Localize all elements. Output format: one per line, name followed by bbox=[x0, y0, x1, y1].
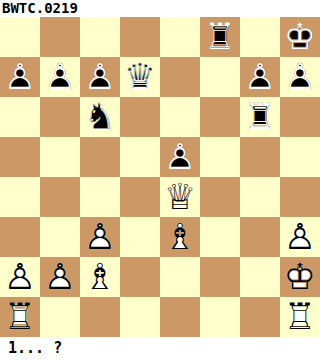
square-e4[interactable]: ♛♕ bbox=[160, 177, 200, 217]
square-e8[interactable] bbox=[160, 17, 200, 57]
square-f6[interactable] bbox=[200, 97, 240, 137]
pawn-glyph-outline: ♙ bbox=[240, 57, 280, 97]
square-f3[interactable] bbox=[200, 217, 240, 257]
square-d8[interactable] bbox=[120, 17, 160, 57]
square-h1[interactable]: ♜♖ bbox=[280, 297, 320, 337]
square-h3[interactable]: ♟♙ bbox=[280, 217, 320, 257]
square-g8[interactable] bbox=[240, 17, 280, 57]
square-c8[interactable] bbox=[80, 17, 120, 57]
square-b7[interactable]: ♟♙ bbox=[40, 57, 80, 97]
piece-white-pawn: ♟♙ bbox=[0, 257, 40, 297]
square-d4[interactable] bbox=[120, 177, 160, 217]
square-b8[interactable] bbox=[40, 17, 80, 57]
square-b5[interactable] bbox=[40, 137, 80, 177]
piece-white-pawn: ♟♙ bbox=[40, 257, 80, 297]
piece-black-queen: ♛♕ bbox=[120, 57, 160, 97]
square-f2[interactable] bbox=[200, 257, 240, 297]
pawn-glyph-outline: ♙ bbox=[0, 257, 40, 297]
piece-white-pawn: ♟♙ bbox=[80, 217, 120, 257]
square-e1[interactable] bbox=[160, 297, 200, 337]
piece-white-king: ♚♔ bbox=[280, 257, 320, 297]
pawn-glyph-outline: ♙ bbox=[40, 257, 80, 297]
square-e7[interactable] bbox=[160, 57, 200, 97]
pawn-glyph-outline: ♙ bbox=[280, 57, 320, 97]
square-f7[interactable] bbox=[200, 57, 240, 97]
square-e5[interactable]: ♟♙ bbox=[160, 137, 200, 177]
square-a8[interactable] bbox=[0, 17, 40, 57]
square-d6[interactable] bbox=[120, 97, 160, 137]
square-a5[interactable] bbox=[0, 137, 40, 177]
square-d7[interactable]: ♛♕ bbox=[120, 57, 160, 97]
bishop-glyph-outline: ♗ bbox=[80, 257, 120, 297]
square-c1[interactable] bbox=[80, 297, 120, 337]
piece-white-pawn: ♟♙ bbox=[280, 217, 320, 257]
piece-black-pawn: ♟♙ bbox=[0, 57, 40, 97]
square-c7[interactable]: ♟♙ bbox=[80, 57, 120, 97]
piece-black-knight: ♞♘ bbox=[80, 97, 120, 137]
diagram-footer: 1... ? bbox=[0, 337, 320, 360]
king-glyph-outline: ♔ bbox=[280, 257, 320, 297]
square-g2[interactable] bbox=[240, 257, 280, 297]
square-b2[interactable]: ♟♙ bbox=[40, 257, 80, 297]
square-g7[interactable]: ♟♙ bbox=[240, 57, 280, 97]
diagram-title: BWTC.0219 bbox=[2, 0, 78, 17]
square-g5[interactable] bbox=[240, 137, 280, 177]
square-a1[interactable]: ♜♖ bbox=[0, 297, 40, 337]
piece-black-rook: ♜♖ bbox=[240, 97, 280, 137]
square-a2[interactable]: ♟♙ bbox=[0, 257, 40, 297]
square-g4[interactable] bbox=[240, 177, 280, 217]
piece-black-rook: ♜♖ bbox=[200, 17, 240, 57]
chess-board: ♜♖♚♔♟♙♟♙♟♙♛♕♟♙♟♙♞♘♜♖♟♙♛♕♟♙♝♗♟♙♟♙♟♙♝♗♚♔♜♖… bbox=[0, 17, 320, 337]
rook-glyph-outline: ♖ bbox=[280, 297, 320, 337]
pawn-glyph-outline: ♙ bbox=[280, 217, 320, 257]
piece-black-pawn: ♟♙ bbox=[160, 137, 200, 177]
square-g3[interactable] bbox=[240, 217, 280, 257]
square-h7[interactable]: ♟♙ bbox=[280, 57, 320, 97]
piece-black-pawn: ♟♙ bbox=[280, 57, 320, 97]
square-e3[interactable]: ♝♗ bbox=[160, 217, 200, 257]
bishop-glyph-outline: ♗ bbox=[160, 217, 200, 257]
rook-glyph-outline: ♖ bbox=[0, 297, 40, 337]
square-b3[interactable] bbox=[40, 217, 80, 257]
square-g1[interactable] bbox=[240, 297, 280, 337]
square-a3[interactable] bbox=[0, 217, 40, 257]
piece-black-pawn: ♟♙ bbox=[40, 57, 80, 97]
square-h6[interactable] bbox=[280, 97, 320, 137]
square-d1[interactable] bbox=[120, 297, 160, 337]
square-a6[interactable] bbox=[0, 97, 40, 137]
rook-glyph-outline: ♖ bbox=[240, 97, 280, 137]
piece-white-bishop: ♝♗ bbox=[80, 257, 120, 297]
square-f5[interactable] bbox=[200, 137, 240, 177]
pawn-glyph-outline: ♙ bbox=[80, 57, 120, 97]
chess-diagram-window: BWTC.0219 ♜♖♚♔♟♙♟♙♟♙♛♕♟♙♟♙♞♘♜♖♟♙♛♕♟♙♝♗♟♙… bbox=[0, 0, 320, 360]
king-glyph-outline: ♔ bbox=[280, 17, 320, 57]
piece-white-queen: ♛♕ bbox=[160, 177, 200, 217]
square-f4[interactable] bbox=[200, 177, 240, 217]
square-f1[interactable] bbox=[200, 297, 240, 337]
piece-white-rook: ♜♖ bbox=[0, 297, 40, 337]
square-a4[interactable] bbox=[0, 177, 40, 217]
move-prompt: 1... ? bbox=[8, 337, 62, 360]
piece-white-bishop: ♝♗ bbox=[160, 217, 200, 257]
square-f8[interactable]: ♜♖ bbox=[200, 17, 240, 57]
piece-black-pawn: ♟♙ bbox=[80, 57, 120, 97]
diagram-header: BWTC.0219 bbox=[0, 0, 320, 17]
square-d3[interactable] bbox=[120, 217, 160, 257]
square-c4[interactable] bbox=[80, 177, 120, 217]
pawn-glyph-outline: ♙ bbox=[40, 57, 80, 97]
square-b4[interactable] bbox=[40, 177, 80, 217]
square-c3[interactable]: ♟♙ bbox=[80, 217, 120, 257]
square-g6[interactable]: ♜♖ bbox=[240, 97, 280, 137]
piece-black-pawn: ♟♙ bbox=[240, 57, 280, 97]
square-d5[interactable] bbox=[120, 137, 160, 177]
square-c2[interactable]: ♝♗ bbox=[80, 257, 120, 297]
pawn-glyph-outline: ♙ bbox=[0, 57, 40, 97]
rook-glyph-outline: ♖ bbox=[200, 17, 240, 57]
square-d2[interactable] bbox=[120, 257, 160, 297]
piece-black-king: ♚♔ bbox=[280, 17, 320, 57]
square-b1[interactable] bbox=[40, 297, 80, 337]
square-b6[interactable] bbox=[40, 97, 80, 137]
queen-glyph-outline: ♕ bbox=[160, 177, 200, 217]
square-c5[interactable] bbox=[80, 137, 120, 177]
pawn-glyph-outline: ♙ bbox=[80, 217, 120, 257]
square-a7[interactable]: ♟♙ bbox=[0, 57, 40, 97]
square-e2[interactable] bbox=[160, 257, 200, 297]
square-c6[interactable]: ♞♘ bbox=[80, 97, 120, 137]
square-e6[interactable] bbox=[160, 97, 200, 137]
square-h4[interactable] bbox=[280, 177, 320, 217]
queen-glyph-outline: ♕ bbox=[120, 57, 160, 97]
knight-glyph-outline: ♘ bbox=[80, 97, 120, 137]
square-h2[interactable]: ♚♔ bbox=[280, 257, 320, 297]
piece-white-rook: ♜♖ bbox=[280, 297, 320, 337]
square-h5[interactable] bbox=[280, 137, 320, 177]
square-h8[interactable]: ♚♔ bbox=[280, 17, 320, 57]
pawn-glyph-outline: ♙ bbox=[160, 137, 200, 177]
